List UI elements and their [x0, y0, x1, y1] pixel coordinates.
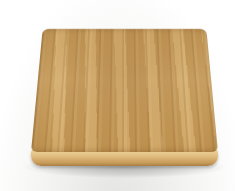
- scene: [0, 0, 235, 191]
- board-surface: [31, 29, 218, 152]
